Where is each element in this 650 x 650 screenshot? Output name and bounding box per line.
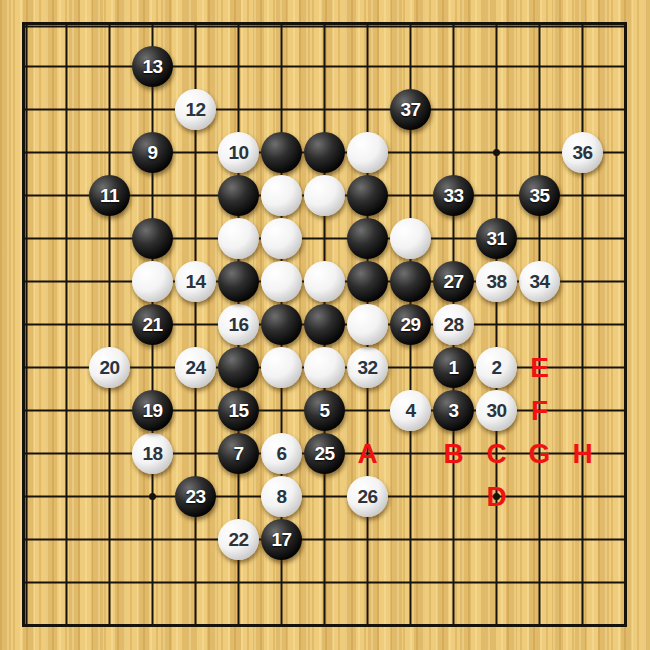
stone-black-37[interactable]: 37 xyxy=(390,89,431,130)
stone-move-number: 20 xyxy=(99,358,119,377)
stone-white-28[interactable]: 28 xyxy=(433,304,474,345)
stone-white[interactable] xyxy=(390,218,431,259)
stone-white-38[interactable]: 38 xyxy=(476,261,517,302)
stone-black[interactable] xyxy=(347,261,388,302)
stone-white-8[interactable]: 8 xyxy=(261,476,302,517)
stone-black-29[interactable]: 29 xyxy=(390,304,431,345)
stone-white[interactable] xyxy=(304,175,345,216)
stone-white[interactable] xyxy=(261,261,302,302)
stone-white-2[interactable]: 2 xyxy=(476,347,517,388)
marker-E[interactable]: E xyxy=(518,346,561,389)
stone-white-36[interactable]: 36 xyxy=(562,132,603,173)
stone-white[interactable] xyxy=(304,347,345,388)
go-board[interactable]: ABCDEFGH12345678910111213141516171819202… xyxy=(0,0,650,650)
stone-move-number: 22 xyxy=(228,530,248,549)
stone-black-23[interactable]: 23 xyxy=(175,476,216,517)
stone-black[interactable] xyxy=(132,218,173,259)
stone-move-number: 35 xyxy=(529,186,549,205)
stone-move-number: 34 xyxy=(529,272,549,291)
stone-black[interactable] xyxy=(261,132,302,173)
stone-white-24[interactable]: 24 xyxy=(175,347,216,388)
stone-move-number: 13 xyxy=(142,57,162,76)
stone-black[interactable] xyxy=(304,304,345,345)
stone-move-number: 28 xyxy=(443,315,463,334)
stone-move-number: 37 xyxy=(400,100,420,119)
marker-A[interactable]: A xyxy=(346,432,389,475)
stone-move-number: 29 xyxy=(400,315,420,334)
marker-C[interactable]: C xyxy=(475,432,518,475)
star-point-dot xyxy=(493,149,500,156)
star-point-dot xyxy=(149,493,156,500)
stone-white-18[interactable]: 18 xyxy=(132,433,173,474)
stone-black-17[interactable]: 17 xyxy=(261,519,302,560)
stone-white-34[interactable]: 34 xyxy=(519,261,560,302)
stone-move-number: 4 xyxy=(405,401,415,420)
stone-move-number: 5 xyxy=(319,401,329,420)
stone-white-10[interactable]: 10 xyxy=(218,132,259,173)
stone-black-15[interactable]: 15 xyxy=(218,390,259,431)
stone-move-number: 10 xyxy=(228,143,248,162)
stone-black[interactable] xyxy=(261,304,302,345)
stone-black-5[interactable]: 5 xyxy=(304,390,345,431)
stone-move-number: 26 xyxy=(357,487,377,506)
stone-move-number: 36 xyxy=(572,143,592,162)
stone-white[interactable] xyxy=(347,132,388,173)
stone-black-13[interactable]: 13 xyxy=(132,46,173,87)
stone-move-number: 1 xyxy=(448,358,458,377)
marker-H[interactable]: H xyxy=(561,432,604,475)
stone-white[interactable] xyxy=(304,261,345,302)
stone-move-number: 25 xyxy=(314,444,334,463)
stone-white[interactable] xyxy=(347,304,388,345)
stone-black-7[interactable]: 7 xyxy=(218,433,259,474)
stone-black-1[interactable]: 1 xyxy=(433,347,474,388)
stone-black[interactable] xyxy=(347,175,388,216)
stone-black[interactable] xyxy=(218,347,259,388)
star-point xyxy=(475,131,518,174)
stone-white-26[interactable]: 26 xyxy=(347,476,388,517)
stone-move-number: 2 xyxy=(491,358,501,377)
stone-black-11[interactable]: 11 xyxy=(89,175,130,216)
stone-white[interactable] xyxy=(132,261,173,302)
marker-B[interactable]: B xyxy=(432,432,475,475)
stone-black-9[interactable]: 9 xyxy=(132,132,173,173)
stone-black[interactable] xyxy=(218,261,259,302)
stone-white-32[interactable]: 32 xyxy=(347,347,388,388)
marker-G[interactable]: G xyxy=(518,432,561,475)
stone-white-22[interactable]: 22 xyxy=(218,519,259,560)
stone-move-number: 33 xyxy=(443,186,463,205)
stone-white-20[interactable]: 20 xyxy=(89,347,130,388)
marker-F[interactable]: F xyxy=(518,389,561,432)
stone-move-number: 27 xyxy=(443,272,463,291)
stone-white[interactable] xyxy=(261,347,302,388)
stone-move-number: 15 xyxy=(228,401,248,420)
stone-black[interactable] xyxy=(347,218,388,259)
stone-move-number: 7 xyxy=(233,444,243,463)
stone-white[interactable] xyxy=(218,218,259,259)
stone-white-16[interactable]: 16 xyxy=(218,304,259,345)
stone-black-3[interactable]: 3 xyxy=(433,390,474,431)
stone-white[interactable] xyxy=(261,218,302,259)
stone-move-number: 11 xyxy=(100,186,119,205)
marker-D[interactable]: D xyxy=(475,475,518,518)
stone-move-number: 19 xyxy=(142,401,162,420)
stone-white-14[interactable]: 14 xyxy=(175,261,216,302)
stone-black-33[interactable]: 33 xyxy=(433,175,474,216)
stone-black[interactable] xyxy=(218,175,259,216)
stone-white-6[interactable]: 6 xyxy=(261,433,302,474)
stone-black[interactable] xyxy=(390,261,431,302)
stone-move-number: 24 xyxy=(185,358,205,377)
stone-white-30[interactable]: 30 xyxy=(476,390,517,431)
stone-black-21[interactable]: 21 xyxy=(132,304,173,345)
stone-move-number: 8 xyxy=(276,487,286,506)
stone-white-12[interactable]: 12 xyxy=(175,89,216,130)
stone-white-4[interactable]: 4 xyxy=(390,390,431,431)
stone-move-number: 14 xyxy=(185,272,205,291)
stone-move-number: 18 xyxy=(142,444,162,463)
stone-move-number: 30 xyxy=(486,401,506,420)
stone-black[interactable] xyxy=(304,132,345,173)
stone-black-19[interactable]: 19 xyxy=(132,390,173,431)
stone-move-number: 23 xyxy=(185,487,205,506)
star-point xyxy=(131,475,174,518)
stone-move-number: 38 xyxy=(486,272,506,291)
board-cells: ABCDEFGH12345678910111213141516171819202… xyxy=(2,2,647,647)
stone-move-number: 31 xyxy=(486,229,506,248)
stone-move-number: 12 xyxy=(185,100,205,119)
stone-black-25[interactable]: 25 xyxy=(304,433,345,474)
stone-move-number: 3 xyxy=(448,401,458,420)
stone-black-35[interactable]: 35 xyxy=(519,175,560,216)
stone-move-number: 9 xyxy=(147,143,157,162)
stone-move-number: 17 xyxy=(271,530,291,549)
stone-move-number: 21 xyxy=(142,315,162,334)
stone-move-number: 16 xyxy=(228,315,248,334)
stone-white[interactable] xyxy=(261,175,302,216)
stone-move-number: 32 xyxy=(357,358,377,377)
stone-move-number: 6 xyxy=(276,444,286,463)
stone-black-31[interactable]: 31 xyxy=(476,218,517,259)
stone-black-27[interactable]: 27 xyxy=(433,261,474,302)
